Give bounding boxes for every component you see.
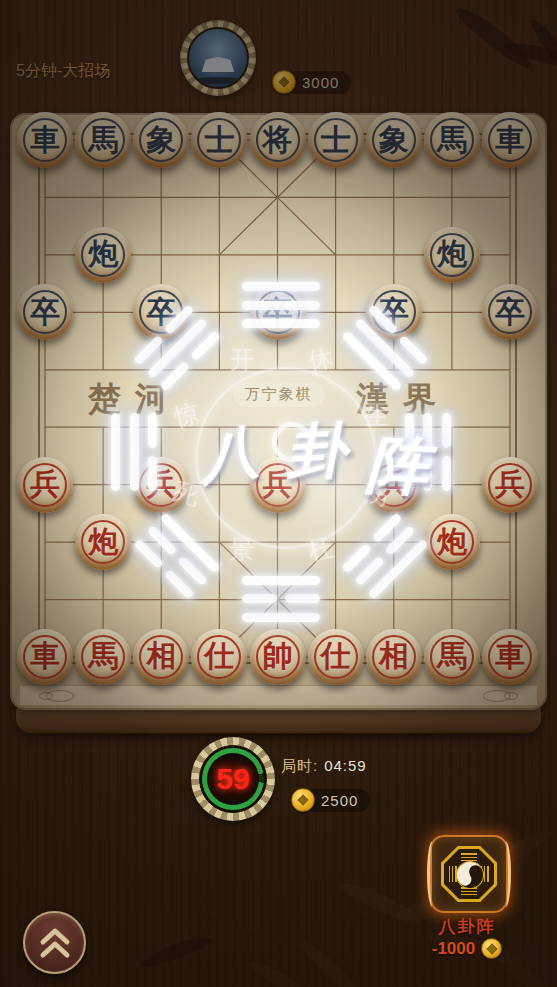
piece-character: 馬	[424, 112, 480, 168]
piece-red-cannon[interactable]: 炮	[75, 514, 131, 570]
opponent-coins: 3000	[272, 70, 351, 94]
xiangqi-board[interactable]: 楚河 漢界 万宁象棋 車馬象士将士象馬車炮炮卒卒卒卒卒兵兵兵兵兵炮炮車馬相仕帥仕…	[10, 113, 547, 710]
piece-character: 馬	[424, 629, 480, 685]
piece-red-elephant[interactable]: 相	[133, 629, 189, 685]
yinyang-icon	[451, 856, 490, 895]
piece-character: 仕	[308, 629, 364, 685]
piece-black-chariot[interactable]: 車	[482, 112, 538, 168]
xiangqi-game-screen: { "game": "xiangqi", "position": { "fen"…	[0, 0, 557, 987]
piece-character: 兵	[482, 457, 538, 513]
piece-black-elephant[interactable]: 象	[366, 112, 422, 168]
piece-character: 炮	[424, 514, 480, 570]
game-time-value: 04:59	[324, 757, 367, 774]
piece-black-advisor[interactable]: 士	[191, 112, 247, 168]
piece-character: 相	[366, 629, 422, 685]
avatar-image	[187, 27, 249, 89]
skill-name-label: 八卦阵	[430, 915, 504, 938]
piece-character: 馬	[75, 112, 131, 168]
coin-icon	[481, 938, 502, 959]
piece-black-pawn[interactable]: 卒	[250, 284, 306, 340]
piece-red-pawn[interactable]: 兵	[366, 457, 422, 513]
piece-black-pawn[interactable]: 卒	[366, 284, 422, 340]
piece-character: 卒	[482, 284, 538, 340]
piece-character: 兵	[250, 457, 306, 513]
double-chevron-up-icon	[35, 926, 75, 960]
piece-character: 象	[133, 112, 189, 168]
bagua-icon	[441, 846, 497, 902]
piece-black-horse[interactable]: 馬	[424, 112, 480, 168]
piece-black-pawn[interactable]: 卒	[17, 284, 73, 340]
game-time-label: 局时:	[281, 757, 318, 774]
piece-red-pawn[interactable]: 兵	[133, 457, 189, 513]
coin-icon	[272, 70, 296, 94]
piece-character: 卒	[133, 284, 189, 340]
piece-character: 相	[133, 629, 189, 685]
move-timer: 59	[191, 737, 275, 821]
opponent-avatar[interactable]	[180, 20, 256, 96]
piece-red-horse[interactable]: 馬	[75, 629, 131, 685]
piece-character: 帥	[250, 629, 306, 685]
skill-cost-value: -1000	[432, 939, 475, 959]
piece-character: 卒	[250, 284, 306, 340]
piece-character: 車	[482, 629, 538, 685]
game-time: 局时:04:59	[281, 757, 367, 776]
piece-character: 将	[250, 112, 306, 168]
player-coins: 2500	[291, 788, 370, 812]
piece-black-pawn[interactable]: 卒	[482, 284, 538, 340]
piece-character: 車	[482, 112, 538, 168]
piece-character: 兵	[17, 457, 73, 513]
piece-black-elephant[interactable]: 象	[133, 112, 189, 168]
piece-red-pawn[interactable]: 兵	[250, 457, 306, 513]
piece-red-advisor[interactable]: 仕	[308, 629, 364, 685]
bagua-skill-button[interactable]	[430, 835, 508, 913]
piece-character: 炮	[424, 227, 480, 283]
piece-black-horse[interactable]: 馬	[75, 112, 131, 168]
piece-character: 炮	[75, 227, 131, 283]
piece-character: 卒	[366, 284, 422, 340]
piece-character: 仕	[191, 629, 247, 685]
piece-red-general[interactable]: 帥	[250, 629, 306, 685]
piece-character: 象	[366, 112, 422, 168]
piece-character: 兵	[133, 457, 189, 513]
piece-black-general[interactable]: 将	[250, 112, 306, 168]
piece-character: 士	[191, 112, 247, 168]
coin-icon	[291, 788, 315, 812]
piece-character: 炮	[75, 514, 131, 570]
piece-red-advisor[interactable]: 仕	[191, 629, 247, 685]
piece-character: 士	[308, 112, 364, 168]
piece-red-chariot[interactable]: 車	[17, 629, 73, 685]
piece-black-cannon[interactable]: 炮	[75, 227, 131, 283]
piece-red-pawn[interactable]: 兵	[17, 457, 73, 513]
skill-cost: -1000	[420, 938, 514, 959]
piece-red-pawn[interactable]: 兵	[482, 457, 538, 513]
piece-red-chariot[interactable]: 車	[482, 629, 538, 685]
piece-character: 兵	[366, 457, 422, 513]
piece-black-chariot[interactable]: 車	[17, 112, 73, 168]
timer-seconds: 59	[191, 737, 275, 821]
piece-character: 車	[17, 112, 73, 168]
expand-menu-button[interactable]	[23, 911, 86, 974]
piece-red-cannon[interactable]: 炮	[424, 514, 480, 570]
piece-black-pawn[interactable]: 卒	[133, 284, 189, 340]
piece-character: 車	[17, 629, 73, 685]
piece-black-advisor[interactable]: 士	[308, 112, 364, 168]
room-title: 5分钟-大招场	[16, 61, 110, 82]
piece-red-horse[interactable]: 馬	[424, 629, 480, 685]
piece-black-cannon[interactable]: 炮	[424, 227, 480, 283]
piece-character: 卒	[17, 284, 73, 340]
piece-character: 馬	[75, 629, 131, 685]
piece-red-elephant[interactable]: 相	[366, 629, 422, 685]
